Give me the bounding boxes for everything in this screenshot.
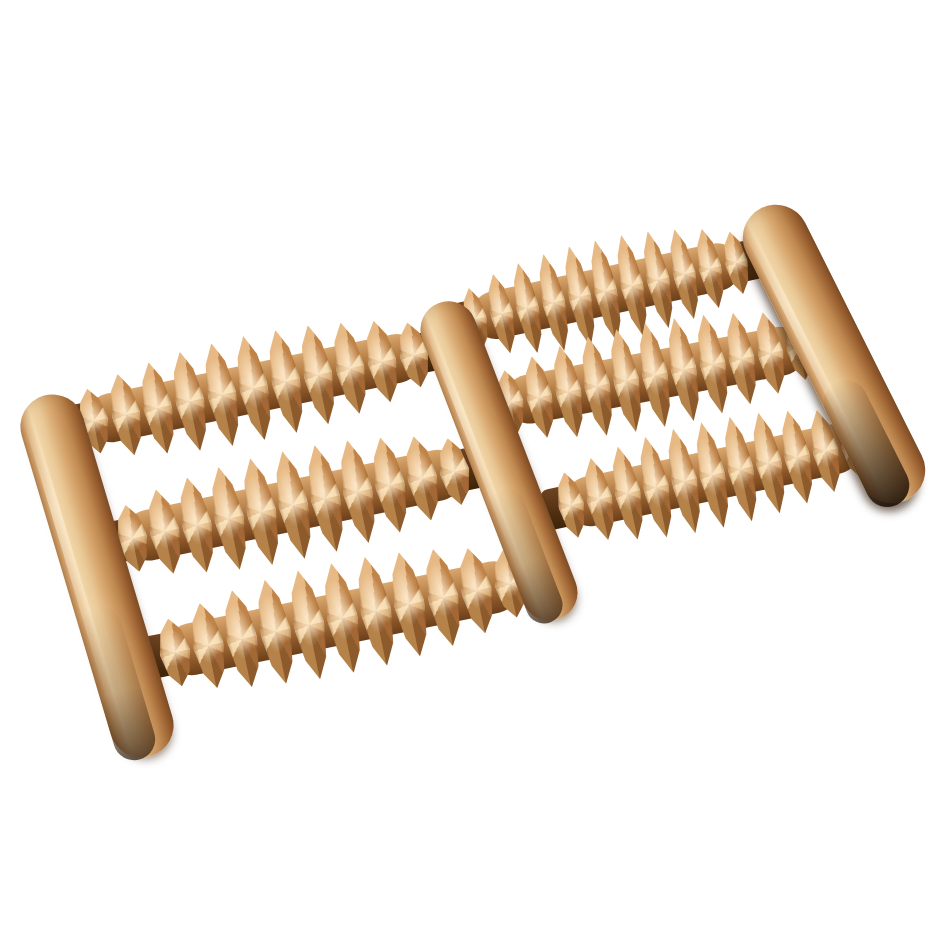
product-photo-wooden-foot-massage-roller: [0, 0, 950, 950]
